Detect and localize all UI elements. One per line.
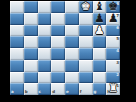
square-f7[interactable]	[79, 13, 93, 25]
square-f3[interactable]	[79, 60, 93, 72]
rank-label-3: 3	[116, 61, 119, 65]
rank-label-2: 2	[116, 73, 119, 77]
square-f2[interactable]	[79, 72, 93, 84]
square-b1[interactable]: b	[24, 83, 38, 95]
square-b6[interactable]	[24, 25, 38, 37]
square-e1[interactable]: e	[65, 83, 79, 95]
square-d3[interactable]	[51, 60, 65, 72]
square-e6[interactable]	[65, 25, 79, 37]
square-e5[interactable]	[65, 36, 79, 48]
square-g4[interactable]	[93, 48, 107, 60]
app-background: { "game": "chess", "board_theme": { "lig…	[0, 0, 136, 102]
square-h6[interactable]: 6	[106, 25, 120, 37]
square-b4[interactable]	[24, 48, 38, 60]
square-c7[interactable]	[38, 13, 52, 25]
square-a6[interactable]	[10, 25, 24, 37]
square-f5[interactable]	[79, 36, 93, 48]
square-g2[interactable]	[93, 72, 107, 84]
file-label-f: f	[80, 90, 82, 94]
square-d5[interactable]	[51, 36, 65, 48]
white-rook[interactable]: ♜	[106, 83, 120, 95]
square-c5[interactable]	[38, 36, 52, 48]
square-d1[interactable]: d	[51, 83, 65, 95]
square-a2[interactable]	[10, 72, 24, 84]
chess-board: ♚♝8♚♟7♟♟65432abcdefg1h♜	[10, 1, 120, 95]
square-f4[interactable]	[79, 48, 93, 60]
rank-label-5: 5	[116, 37, 119, 41]
square-d8[interactable]	[51, 1, 65, 13]
black-pawn[interactable]: ♟	[106, 13, 120, 25]
square-a4[interactable]	[10, 48, 24, 60]
square-f6[interactable]	[79, 25, 93, 37]
square-a1[interactable]: a	[10, 83, 24, 95]
square-b7[interactable]	[24, 13, 38, 25]
square-a5[interactable]	[10, 36, 24, 48]
square-g6[interactable]: ♟	[93, 25, 107, 37]
square-f8[interactable]: ♚	[79, 1, 93, 13]
square-c8[interactable]	[38, 1, 52, 13]
square-a7[interactable]	[10, 13, 24, 25]
square-b3[interactable]	[24, 60, 38, 72]
square-d6[interactable]	[51, 25, 65, 37]
file-label-b: b	[25, 90, 28, 94]
file-label-a: a	[11, 90, 14, 94]
file-label-g: g	[94, 90, 97, 94]
square-e8[interactable]	[65, 1, 79, 13]
square-g1[interactable]: g	[93, 83, 107, 95]
square-e7[interactable]	[65, 13, 79, 25]
square-d4[interactable]	[51, 48, 65, 60]
square-h7[interactable]: 7♟	[106, 13, 120, 25]
square-b8[interactable]	[24, 1, 38, 13]
square-a8[interactable]	[10, 1, 24, 13]
square-h3[interactable]: 3	[106, 60, 120, 72]
square-a3[interactable]	[10, 60, 24, 72]
square-e2[interactable]	[65, 72, 79, 84]
square-d7[interactable]	[51, 13, 65, 25]
white-king[interactable]: ♚	[79, 1, 93, 13]
file-label-d: d	[52, 90, 55, 94]
white-pawn[interactable]: ♟	[93, 25, 107, 37]
rank-label-4: 4	[116, 49, 119, 53]
square-e3[interactable]	[65, 60, 79, 72]
square-h1[interactable]: 1h♜	[106, 83, 120, 95]
square-b5[interactable]	[24, 36, 38, 48]
file-label-c: c	[39, 90, 41, 94]
square-f1[interactable]: f	[79, 83, 93, 95]
chess-board-frame: ♚♝8♚♟7♟♟65432abcdefg1h♜	[10, 1, 120, 95]
square-b2[interactable]	[24, 72, 38, 84]
square-c4[interactable]	[38, 48, 52, 60]
square-g5[interactable]	[93, 36, 107, 48]
square-c2[interactable]	[38, 72, 52, 84]
square-h4[interactable]: 4	[106, 48, 120, 60]
square-c1[interactable]: c	[38, 83, 52, 95]
square-h5[interactable]: 5	[106, 36, 120, 48]
square-d2[interactable]	[51, 72, 65, 84]
file-label-e: e	[66, 90, 69, 94]
square-c6[interactable]	[38, 25, 52, 37]
square-c3[interactable]	[38, 60, 52, 72]
square-g3[interactable]	[93, 60, 107, 72]
rank-label-6: 6	[116, 26, 119, 30]
square-e4[interactable]	[65, 48, 79, 60]
